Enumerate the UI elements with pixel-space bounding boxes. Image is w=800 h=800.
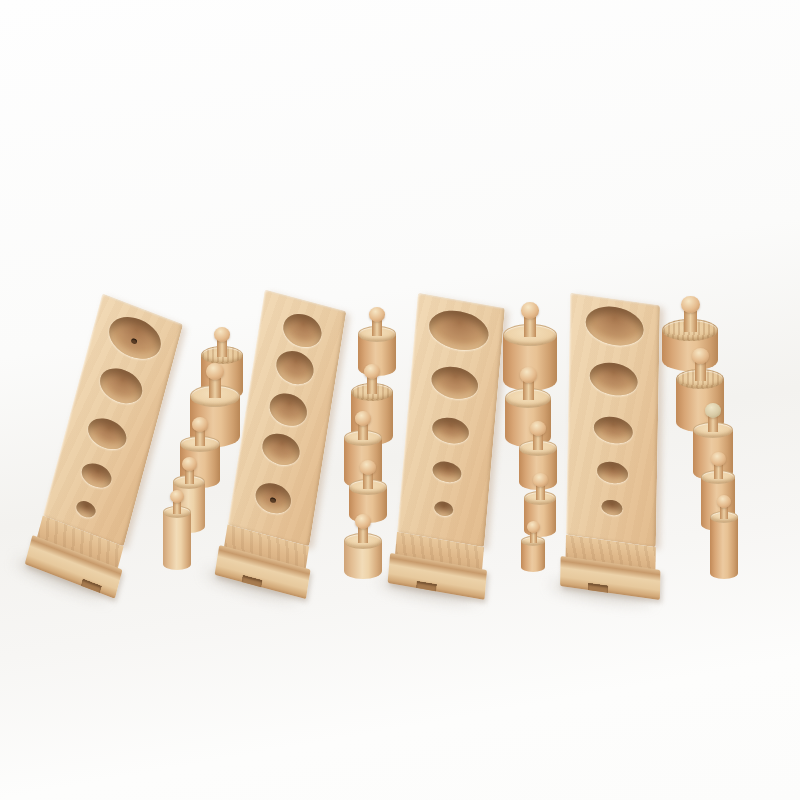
cylinder-knob xyxy=(182,457,197,471)
cylinder-knob xyxy=(170,490,184,503)
cylinder-knob-stem xyxy=(684,310,697,332)
block-hole xyxy=(593,414,632,445)
block-hole xyxy=(280,309,323,351)
block-hole xyxy=(433,500,453,517)
cylinder-knob-stem xyxy=(524,316,536,337)
knobbed-cylinder xyxy=(344,533,382,579)
knobbed-cylinder xyxy=(521,536,545,572)
cylinder-body xyxy=(163,512,191,570)
block-hole xyxy=(85,413,130,454)
block-hole xyxy=(254,479,294,517)
cylinder-knob xyxy=(705,403,721,418)
cylinder-knob xyxy=(711,452,726,466)
cylinder-knob xyxy=(355,411,371,426)
block-1 xyxy=(29,293,183,598)
block-3 xyxy=(392,293,505,601)
block-top-face xyxy=(566,293,660,548)
block-hole xyxy=(260,430,302,470)
cylinder-body xyxy=(710,517,738,579)
cylinder-knob xyxy=(206,363,224,380)
cylinder-knob xyxy=(192,417,208,432)
block-top-face xyxy=(228,290,347,547)
block-hole xyxy=(585,303,644,349)
cylinder-knob xyxy=(527,521,540,533)
block-hole xyxy=(75,498,98,520)
knobbed-cylinder xyxy=(163,506,191,570)
block-hole xyxy=(268,389,310,430)
cylinder-knob xyxy=(364,364,380,379)
hole-pinhole xyxy=(131,338,138,345)
cylinder-knob xyxy=(692,348,709,364)
block-4 xyxy=(565,293,660,602)
cylinder-knob xyxy=(533,473,548,487)
knobbed-cylinder xyxy=(710,511,738,579)
block-hole xyxy=(430,363,479,402)
block-top-face xyxy=(397,293,505,547)
knobbed-cylinder xyxy=(505,388,551,447)
block-hole xyxy=(589,360,637,399)
cylinder-knob xyxy=(681,296,700,313)
cylinder-knob-stem xyxy=(695,361,706,381)
product-photo xyxy=(0,0,800,800)
cylinder-knob-stem xyxy=(523,380,534,400)
cylinder-knob xyxy=(521,302,539,319)
cylinder-knob-stem xyxy=(209,377,221,398)
block-hole xyxy=(431,414,470,445)
cylinder-knob xyxy=(214,327,230,342)
block-hole xyxy=(428,306,491,354)
block-hole xyxy=(601,498,622,516)
block-hole xyxy=(274,347,316,388)
block-hole xyxy=(79,459,114,491)
cylinder-knob xyxy=(355,514,371,529)
block-hole xyxy=(105,310,166,366)
block-hole xyxy=(431,459,461,484)
block-hole xyxy=(96,362,146,409)
cylinder-knob xyxy=(717,495,731,508)
cylinder-knob xyxy=(369,307,385,322)
block-hole xyxy=(596,459,627,484)
cylinder-knob xyxy=(530,421,546,436)
hole-pinhole xyxy=(270,497,277,503)
knobbed-cylinder xyxy=(662,319,718,371)
cylinder-knob xyxy=(520,367,537,383)
cylinder-knob xyxy=(360,460,376,475)
